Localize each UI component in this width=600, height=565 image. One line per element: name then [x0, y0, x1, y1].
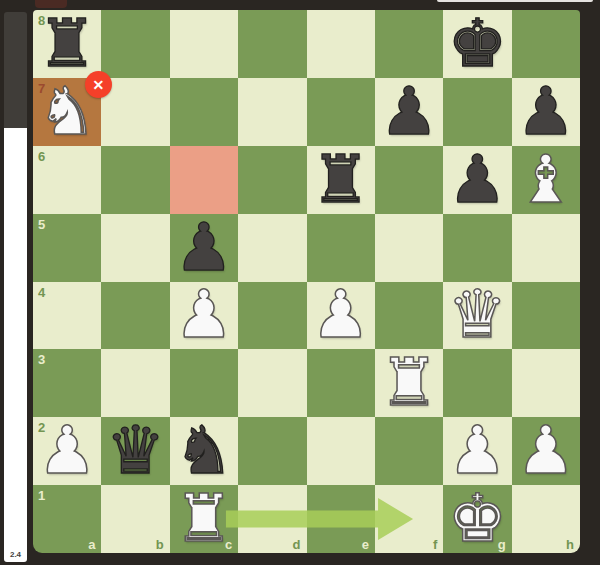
square-e1[interactable]: e	[307, 485, 375, 553]
square-c4[interactable]: ♟	[170, 282, 238, 350]
square-e8[interactable]	[307, 10, 375, 78]
square-c7[interactable]	[170, 78, 238, 146]
square-g7[interactable]	[443, 78, 511, 146]
square-b1[interactable]: b	[101, 485, 169, 553]
file-label-f: f	[433, 537, 437, 552]
square-d7[interactable]	[238, 78, 306, 146]
square-a4[interactable]: 4	[33, 282, 101, 350]
square-d1[interactable]: d	[238, 485, 306, 553]
piece-black-pawn[interactable]: ♟	[516, 79, 575, 145]
square-a3[interactable]: 3	[33, 349, 101, 417]
square-b3[interactable]	[101, 349, 169, 417]
square-b5[interactable]	[101, 214, 169, 282]
square-e3[interactable]	[307, 349, 375, 417]
eval-score-label: 2.4	[4, 550, 27, 559]
square-g3[interactable]	[443, 349, 511, 417]
square-h7[interactable]: ♟	[512, 78, 580, 146]
piece-white-king[interactable]: ♚	[448, 486, 507, 552]
square-c5[interactable]: ♟	[170, 214, 238, 282]
square-g1[interactable]: g♚	[443, 485, 511, 553]
square-g8[interactable]: ♚	[443, 10, 511, 78]
square-b6[interactable]	[101, 146, 169, 214]
square-d8[interactable]	[238, 10, 306, 78]
rank-label-5: 5	[38, 217, 45, 232]
square-h8[interactable]	[512, 10, 580, 78]
square-a8[interactable]: 8♜	[33, 10, 101, 78]
rank-label-1: 1	[38, 488, 45, 503]
file-label-h: h	[566, 537, 574, 552]
file-label-a: a	[88, 537, 95, 552]
piece-white-pawn[interactable]: ♟	[174, 282, 233, 348]
piece-white-queen[interactable]: ♛	[448, 282, 507, 348]
square-h6[interactable]: ♝	[512, 146, 580, 214]
square-b7[interactable]	[101, 78, 169, 146]
rank-label-4: 4	[38, 285, 45, 300]
piece-white-bishop[interactable]: ♝	[516, 147, 575, 213]
square-e2[interactable]	[307, 417, 375, 485]
square-c3[interactable]	[170, 349, 238, 417]
file-label-b: b	[156, 537, 164, 552]
square-f1[interactable]: f	[375, 485, 443, 553]
square-h4[interactable]	[512, 282, 580, 350]
piece-white-rook[interactable]: ♜	[379, 350, 438, 416]
square-d5[interactable]	[238, 214, 306, 282]
square-f3[interactable]: ♜	[375, 349, 443, 417]
square-e4[interactable]: ♟	[307, 282, 375, 350]
square-c1[interactable]: c♜	[170, 485, 238, 553]
square-g6[interactable]: ♟	[443, 146, 511, 214]
piece-black-rook[interactable]: ♜	[311, 147, 370, 213]
square-b2[interactable]: ♛	[101, 417, 169, 485]
square-d2[interactable]	[238, 417, 306, 485]
square-f8[interactable]	[375, 10, 443, 78]
piece-black-pawn[interactable]: ♟	[174, 215, 233, 281]
square-f7[interactable]: ♟	[375, 78, 443, 146]
square-e5[interactable]	[307, 214, 375, 282]
square-a5[interactable]: 5	[33, 214, 101, 282]
square-a2[interactable]: 2♟	[33, 417, 101, 485]
square-e7[interactable]	[307, 78, 375, 146]
square-f5[interactable]	[375, 214, 443, 282]
top-right-strip	[437, 0, 593, 2]
square-c2[interactable]: ♞	[170, 417, 238, 485]
square-a6[interactable]: 6	[33, 146, 101, 214]
piece-black-rook[interactable]: ♜	[38, 11, 97, 77]
square-f6[interactable]	[375, 146, 443, 214]
piece-black-pawn[interactable]: ♟	[448, 147, 507, 213]
chess-board: 8♜♚7♞♟♟6♜♟♝5♟4♟♟♛3♜2♟♛♞♟♟1abc♜defg♚h	[33, 10, 580, 553]
square-d6[interactable]	[238, 146, 306, 214]
square-f2[interactable]	[375, 417, 443, 485]
file-label-e: e	[362, 537, 369, 552]
square-c8[interactable]	[170, 10, 238, 78]
piece-white-pawn[interactable]: ♟	[516, 418, 575, 484]
file-label-d: d	[293, 537, 301, 552]
square-f4[interactable]	[375, 282, 443, 350]
rank-label-3: 3	[38, 352, 45, 367]
piece-white-rook[interactable]: ♜	[174, 486, 233, 552]
piece-white-pawn[interactable]: ♟	[448, 418, 507, 484]
square-g5[interactable]	[443, 214, 511, 282]
square-c6[interactable]	[170, 146, 238, 214]
square-g4[interactable]: ♛	[443, 282, 511, 350]
square-g2[interactable]: ♟	[443, 417, 511, 485]
square-h3[interactable]	[512, 349, 580, 417]
piece-black-queen[interactable]: ♛	[106, 418, 165, 484]
square-d3[interactable]	[238, 349, 306, 417]
piece-white-pawn[interactable]: ♟	[311, 282, 370, 348]
top-left-accent	[35, 0, 67, 8]
eval-bar-white-portion	[4, 128, 27, 563]
piece-black-king[interactable]: ♚	[448, 11, 507, 77]
square-e6[interactable]: ♜	[307, 146, 375, 214]
square-d4[interactable]	[238, 282, 306, 350]
rank-label-6: 6	[38, 149, 45, 164]
square-h1[interactable]: h	[512, 485, 580, 553]
square-h5[interactable]	[512, 214, 580, 282]
square-h2[interactable]: ♟	[512, 417, 580, 485]
square-a1[interactable]: 1a	[33, 485, 101, 553]
piece-white-pawn[interactable]: ♟	[38, 418, 97, 484]
eval-bar: 2.4	[4, 12, 27, 562]
square-b4[interactable]	[101, 282, 169, 350]
chess-app: 2.4 8♜♚7♞♟♟6♜♟♝5♟4♟♟♛3♜2♟♛♞♟♟1abc♜defg♚h…	[0, 0, 600, 565]
square-b8[interactable]	[101, 10, 169, 78]
piece-black-knight[interactable]: ♞	[174, 418, 233, 484]
piece-black-pawn[interactable]: ♟	[379, 79, 438, 145]
